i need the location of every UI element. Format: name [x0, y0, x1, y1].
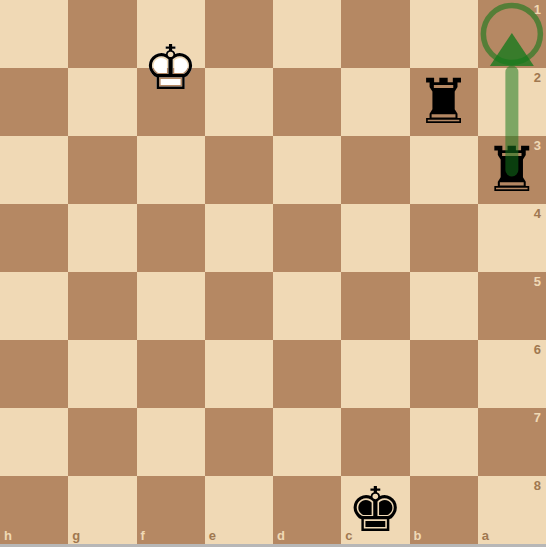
square-d1[interactable] [273, 0, 341, 68]
square-e2[interactable] [205, 68, 273, 136]
square-g4[interactable] [68, 204, 136, 272]
file-label-b: b [414, 529, 422, 542]
square-f1[interactable]: ♚♔ [137, 0, 205, 68]
square-e3[interactable] [205, 136, 273, 204]
rank-label-2: 2 [534, 71, 541, 84]
rank-label-1: 1 [534, 3, 541, 16]
square-g8[interactable]: g [68, 476, 136, 544]
square-h1[interactable] [0, 0, 68, 68]
chess-board: ♚♔1♜23♜4567hgfedc♚b8a [0, 0, 546, 547]
square-a7[interactable]: 7 [478, 408, 546, 476]
square-h7[interactable] [0, 408, 68, 476]
square-c5[interactable] [341, 272, 409, 340]
rank-label-5: 5 [534, 275, 541, 288]
square-d2[interactable] [273, 68, 341, 136]
square-d4[interactable] [273, 204, 341, 272]
square-h5[interactable] [0, 272, 68, 340]
square-b3[interactable] [410, 136, 478, 204]
square-a2[interactable]: 2 [478, 68, 546, 136]
square-g7[interactable] [68, 408, 136, 476]
square-e5[interactable] [205, 272, 273, 340]
square-f6[interactable] [137, 340, 205, 408]
square-c6[interactable] [341, 340, 409, 408]
square-g2[interactable] [68, 68, 136, 136]
board-grid: ♚♔1♜23♜4567hgfedc♚b8a [0, 0, 546, 544]
square-h2[interactable] [0, 68, 68, 136]
square-b8[interactable]: b [410, 476, 478, 544]
square-c7[interactable] [341, 408, 409, 476]
square-d6[interactable] [273, 340, 341, 408]
rank-label-4: 4 [534, 207, 541, 220]
file-label-h: h [4, 529, 12, 542]
square-c8[interactable]: c♚ [341, 476, 409, 544]
square-e6[interactable] [205, 340, 273, 408]
square-e1[interactable] [205, 0, 273, 68]
square-g5[interactable] [68, 272, 136, 340]
square-d3[interactable] [273, 136, 341, 204]
square-b1[interactable] [410, 0, 478, 68]
square-h3[interactable] [0, 136, 68, 204]
rank-label-7: 7 [534, 411, 541, 424]
square-b2[interactable]: ♜ [410, 68, 478, 136]
square-h4[interactable] [0, 204, 68, 272]
square-h6[interactable] [0, 340, 68, 408]
square-a6[interactable]: 6 [478, 340, 546, 408]
white-piece-outline: ♔ [137, 34, 205, 102]
square-c3[interactable] [341, 136, 409, 204]
black-king[interactable]: ♚ [341, 476, 409, 544]
square-d7[interactable] [273, 408, 341, 476]
file-label-g: g [72, 529, 80, 542]
square-a5[interactable]: 5 [478, 272, 546, 340]
square-a1[interactable]: 1 [478, 0, 546, 68]
file-label-f: f [141, 529, 145, 542]
square-b4[interactable] [410, 204, 478, 272]
square-g6[interactable] [68, 340, 136, 408]
square-g3[interactable] [68, 136, 136, 204]
square-e8[interactable]: e [205, 476, 273, 544]
rank-label-6: 6 [534, 343, 541, 356]
square-b5[interactable] [410, 272, 478, 340]
square-a3[interactable]: 3♜ [478, 136, 546, 204]
square-f7[interactable] [137, 408, 205, 476]
square-c1[interactable] [341, 0, 409, 68]
square-f5[interactable] [137, 272, 205, 340]
square-h8[interactable]: h [0, 476, 68, 544]
square-c4[interactable] [341, 204, 409, 272]
square-a8[interactable]: 8a [478, 476, 546, 544]
black-rook[interactable]: ♜ [478, 136, 546, 204]
square-e7[interactable] [205, 408, 273, 476]
file-label-e: e [209, 529, 216, 542]
square-g1[interactable] [68, 0, 136, 68]
rank-label-8: 8 [534, 479, 541, 492]
black-rook[interactable]: ♜ [410, 68, 478, 136]
square-c2[interactable] [341, 68, 409, 136]
square-f3[interactable] [137, 136, 205, 204]
square-d5[interactable] [273, 272, 341, 340]
square-e4[interactable] [205, 204, 273, 272]
square-d8[interactable]: d [273, 476, 341, 544]
file-label-a: a [482, 529, 489, 542]
square-f4[interactable] [137, 204, 205, 272]
square-f8[interactable]: f [137, 476, 205, 544]
square-a4[interactable]: 4 [478, 204, 546, 272]
square-b6[interactable] [410, 340, 478, 408]
file-label-d: d [277, 529, 285, 542]
square-b7[interactable] [410, 408, 478, 476]
